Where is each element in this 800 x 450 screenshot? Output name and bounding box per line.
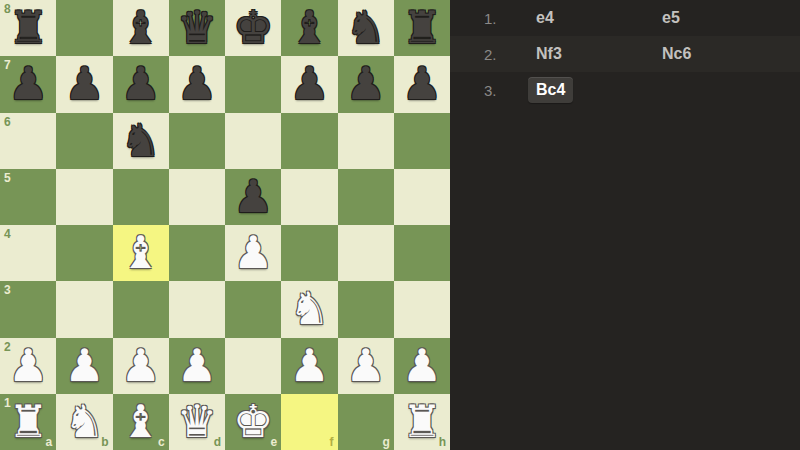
white-pawn[interactable]: ♟ — [233, 225, 273, 281]
white-bishop[interactable]: ♝ — [120, 225, 160, 281]
square-g6[interactable] — [338, 113, 394, 169]
square-h2[interactable]: ♟ — [394, 338, 450, 394]
chess-board: 8♜♝♛♚♝♞♜7♟♟♟♟♟♟♟6♞5♟4♝♟3♞2♟♟♟♟♟♟♟1a♜b♞c♝… — [0, 0, 450, 450]
rank-label-3: 3 — [4, 284, 11, 296]
move-white-2[interactable]: Nf3 — [536, 45, 662, 63]
square-d6[interactable] — [169, 113, 225, 169]
square-a1[interactable]: 1a♜ — [0, 394, 56, 450]
square-g5[interactable] — [338, 169, 394, 225]
white-knight[interactable]: ♞ — [64, 394, 104, 450]
rank-label-4: 4 — [4, 228, 11, 240]
white-rook[interactable]: ♜ — [8, 394, 48, 450]
square-d8[interactable]: ♛ — [169, 0, 225, 56]
square-f7[interactable]: ♟ — [281, 56, 337, 112]
square-f1[interactable]: f — [281, 394, 337, 450]
square-h6[interactable] — [394, 113, 450, 169]
square-h8[interactable]: ♜ — [394, 0, 450, 56]
square-d3[interactable] — [169, 281, 225, 337]
square-c2[interactable]: ♟ — [113, 338, 169, 394]
square-c6[interactable]: ♞ — [113, 113, 169, 169]
square-a5[interactable]: 5 — [0, 169, 56, 225]
black-bishop[interactable]: ♝ — [289, 0, 329, 56]
square-h1[interactable]: h♜ — [394, 394, 450, 450]
square-b1[interactable]: b♞ — [56, 394, 112, 450]
square-e1[interactable]: e♚ — [225, 394, 281, 450]
square-a4[interactable]: 4 — [0, 225, 56, 281]
square-b7[interactable]: ♟ — [56, 56, 112, 112]
square-a6[interactable]: 6 — [0, 113, 56, 169]
file-label-f: f — [330, 436, 334, 448]
white-pawn[interactable]: ♟ — [345, 338, 385, 394]
app-window: 8♜♝♛♚♝♞♜7♟♟♟♟♟♟♟6♞5♟4♝♟3♞2♟♟♟♟♟♟♟1a♜b♞c♝… — [0, 0, 800, 450]
square-b3[interactable] — [56, 281, 112, 337]
rank-label-6: 6 — [4, 116, 11, 128]
square-e8[interactable]: ♚ — [225, 0, 281, 56]
white-rook[interactable]: ♜ — [402, 394, 442, 450]
square-f2[interactable]: ♟ — [281, 338, 337, 394]
square-g7[interactable]: ♟ — [338, 56, 394, 112]
black-pawn[interactable]: ♟ — [289, 56, 329, 112]
square-c4[interactable]: ♝ — [113, 225, 169, 281]
move-row-1: 1.e4e5 — [450, 0, 800, 36]
move-black-2[interactable]: Nc6 — [662, 45, 800, 63]
black-pawn[interactable]: ♟ — [402, 56, 442, 112]
move-row-3: 3.Bc4 — [450, 72, 800, 108]
square-c1[interactable]: c♝ — [113, 394, 169, 450]
selected-move[interactable]: Bc4 — [528, 77, 573, 103]
black-pawn[interactable]: ♟ — [64, 56, 104, 112]
square-c5[interactable] — [113, 169, 169, 225]
square-g4[interactable] — [338, 225, 394, 281]
move-white-1[interactable]: e4 — [536, 9, 662, 27]
square-f8[interactable]: ♝ — [281, 0, 337, 56]
move-white-3[interactable]: Bc4 — [536, 77, 662, 103]
square-h4[interactable] — [394, 225, 450, 281]
white-pawn[interactable]: ♟ — [402, 338, 442, 394]
square-h5[interactable] — [394, 169, 450, 225]
square-d5[interactable] — [169, 169, 225, 225]
white-king[interactable]: ♚ — [233, 394, 273, 450]
square-c7[interactable]: ♟ — [113, 56, 169, 112]
square-b6[interactable] — [56, 113, 112, 169]
white-pawn[interactable]: ♟ — [120, 338, 160, 394]
square-c8[interactable]: ♝ — [113, 0, 169, 56]
white-queen[interactable]: ♛ — [177, 394, 217, 450]
square-e2[interactable] — [225, 338, 281, 394]
black-bishop[interactable]: ♝ — [120, 0, 160, 56]
black-rook[interactable]: ♜ — [402, 0, 442, 56]
square-f5[interactable] — [281, 169, 337, 225]
square-e7[interactable] — [225, 56, 281, 112]
square-e6[interactable] — [225, 113, 281, 169]
square-d2[interactable]: ♟ — [169, 338, 225, 394]
move-number: 2. — [484, 46, 536, 63]
square-h3[interactable] — [394, 281, 450, 337]
black-pawn[interactable]: ♟ — [233, 169, 273, 225]
square-c3[interactable] — [113, 281, 169, 337]
square-g3[interactable] — [338, 281, 394, 337]
move-black-1[interactable]: e5 — [662, 9, 800, 27]
square-f3[interactable]: ♞ — [281, 281, 337, 337]
square-a2[interactable]: 2♟ — [0, 338, 56, 394]
black-pawn[interactable]: ♟ — [8, 56, 48, 112]
black-knight[interactable]: ♞ — [345, 0, 385, 56]
square-d1[interactable]: d♛ — [169, 394, 225, 450]
square-e5[interactable]: ♟ — [225, 169, 281, 225]
black-queen[interactable]: ♛ — [177, 0, 217, 56]
square-g2[interactable]: ♟ — [338, 338, 394, 394]
black-knight[interactable]: ♞ — [120, 113, 160, 169]
square-a3[interactable]: 3 — [0, 281, 56, 337]
square-f6[interactable] — [281, 113, 337, 169]
white-bishop[interactable]: ♝ — [120, 394, 160, 450]
square-b2[interactable]: ♟ — [56, 338, 112, 394]
file-label-g: g — [382, 436, 389, 448]
square-e4[interactable]: ♟ — [225, 225, 281, 281]
white-pawn[interactable]: ♟ — [177, 338, 217, 394]
square-d4[interactable] — [169, 225, 225, 281]
square-a8[interactable]: 8♜ — [0, 0, 56, 56]
black-pawn[interactable]: ♟ — [177, 56, 217, 112]
black-king[interactable]: ♚ — [233, 0, 273, 56]
square-f4[interactable] — [281, 225, 337, 281]
white-knight[interactable]: ♞ — [289, 281, 329, 337]
square-g1[interactable]: g — [338, 394, 394, 450]
square-e3[interactable] — [225, 281, 281, 337]
white-pawn[interactable]: ♟ — [64, 338, 104, 394]
black-rook[interactable]: ♜ — [8, 0, 48, 56]
rank-label-5: 5 — [4, 172, 11, 184]
black-pawn[interactable]: ♟ — [345, 56, 385, 112]
square-d7[interactable]: ♟ — [169, 56, 225, 112]
white-pawn[interactable]: ♟ — [289, 338, 329, 394]
move-number: 1. — [484, 10, 536, 27]
square-b4[interactable] — [56, 225, 112, 281]
square-b8[interactable] — [56, 0, 112, 56]
square-g8[interactable]: ♞ — [338, 0, 394, 56]
square-a7[interactable]: 7♟ — [0, 56, 56, 112]
move-list-panel: 1.e4e52.Nf3Nc63.Bc4 — [450, 0, 800, 450]
white-pawn[interactable]: ♟ — [8, 338, 48, 394]
square-b5[interactable] — [56, 169, 112, 225]
move-list: 1.e4e52.Nf3Nc63.Bc4 — [450, 0, 800, 108]
black-pawn[interactable]: ♟ — [120, 56, 160, 112]
square-h7[interactable]: ♟ — [394, 56, 450, 112]
move-row-2: 2.Nf3Nc6 — [450, 36, 800, 72]
